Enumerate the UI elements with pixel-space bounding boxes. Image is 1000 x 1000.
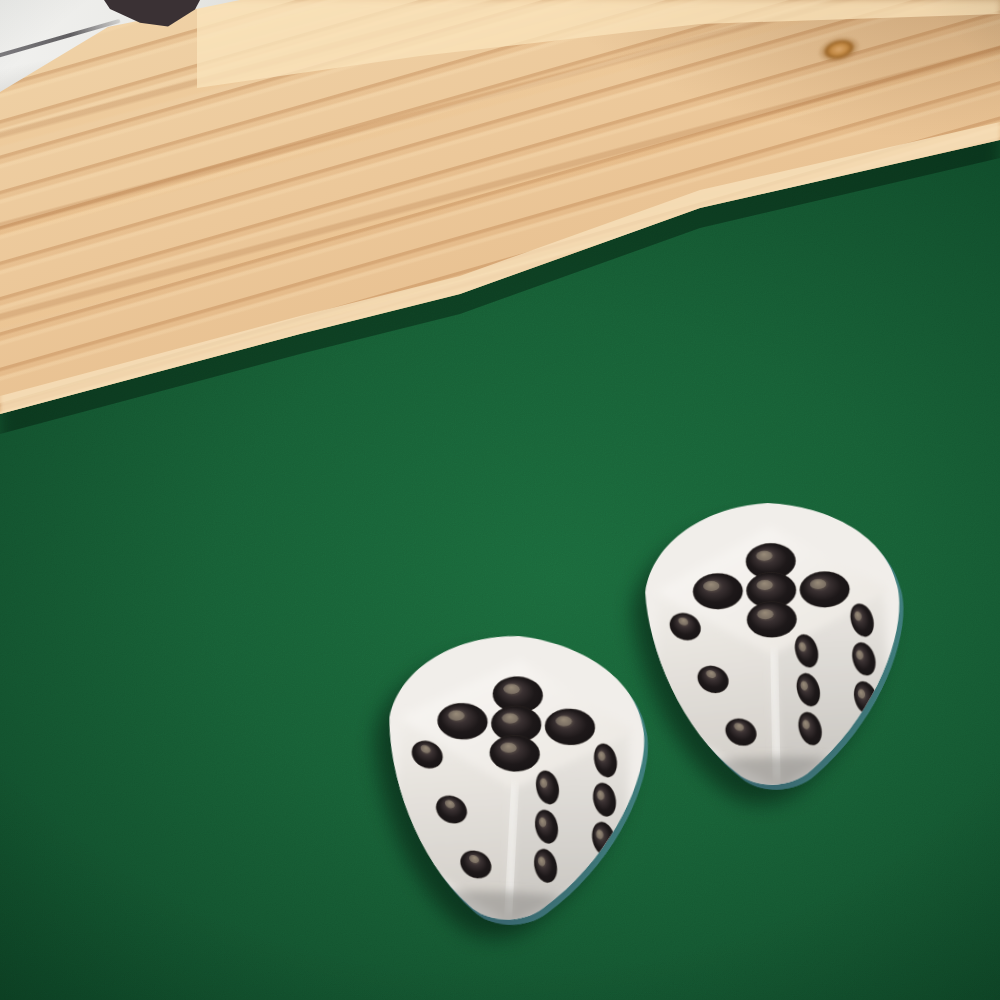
die-bottom-shade [650,755,899,789]
die-graphic [635,477,908,790]
pip [800,571,850,608]
die-graphic [369,605,659,929]
die-left[interactable] [369,605,659,929]
pip [747,601,797,638]
die-near-edge-highlight [507,788,517,910]
pip [693,573,743,610]
die-near-edge-highlight [772,654,778,775]
dice-table-scene [0,0,1000,1000]
die-right[interactable] [635,477,908,790]
